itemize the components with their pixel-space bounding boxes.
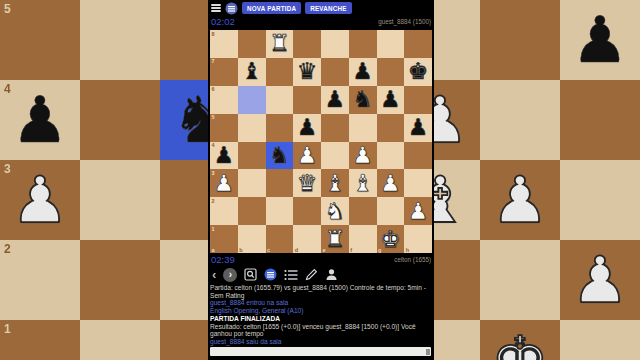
player-name: celton (1655) bbox=[394, 256, 431, 263]
piece-black-pawn[interactable]: ♟ bbox=[293, 114, 321, 142]
square-g4[interactable] bbox=[377, 142, 405, 170]
square-e6[interactable]: ♟ bbox=[321, 86, 349, 114]
square-c4[interactable]: ♞ bbox=[266, 142, 294, 170]
square-c5[interactable] bbox=[266, 114, 294, 142]
square-c6[interactable] bbox=[266, 86, 294, 114]
draw-icon[interactable] bbox=[305, 268, 318, 281]
piece-white-pawn[interactable]: ♟ bbox=[377, 169, 405, 197]
square-e1[interactable]: e♜ bbox=[321, 225, 349, 253]
square-b8[interactable] bbox=[238, 30, 266, 58]
square-a3: 3♟ bbox=[0, 160, 80, 240]
square-b2[interactable] bbox=[238, 197, 266, 225]
prev-move-icon[interactable]: ‹ bbox=[212, 268, 216, 281]
square-b7[interactable]: ♝ bbox=[238, 58, 266, 86]
analysis-icon[interactable] bbox=[244, 268, 257, 281]
square-b4 bbox=[80, 80, 160, 160]
next-move-icon[interactable]: › bbox=[223, 268, 237, 282]
piece-white-bishop[interactable]: ♝ bbox=[321, 169, 349, 197]
square-e8[interactable] bbox=[321, 30, 349, 58]
square-f6[interactable]: ♞ bbox=[349, 86, 377, 114]
square-a2[interactable]: 2 bbox=[210, 197, 238, 225]
square-a5[interactable]: 5 bbox=[210, 114, 238, 142]
log-line: Resultado: celton [1655 (+0.0)] venceu g… bbox=[210, 323, 432, 338]
square-e3[interactable]: ♝ bbox=[321, 169, 349, 197]
square-h5[interactable]: ♟ bbox=[404, 114, 432, 142]
square-f5[interactable] bbox=[349, 114, 377, 142]
player-row: 02:39 celton (1655) bbox=[211, 253, 431, 265]
square-a2: 2 bbox=[0, 240, 80, 320]
rank-label: 7 bbox=[212, 58, 215, 64]
piece-white-pawn[interactable]: ♟ bbox=[349, 142, 377, 170]
game-finished-status: PARTIDA FINALIZADA bbox=[210, 315, 432, 323]
square-h4 bbox=[560, 80, 640, 160]
rank-label: 5 bbox=[212, 114, 215, 120]
square-d2[interactable] bbox=[293, 197, 321, 225]
square-g3[interactable]: ♟ bbox=[377, 169, 405, 197]
square-d4[interactable]: ♟ bbox=[293, 142, 321, 170]
rank-label: 2 bbox=[212, 198, 215, 204]
square-b6[interactable] bbox=[238, 86, 266, 114]
piece-black-pawn: ♟ bbox=[560, 0, 640, 80]
chess-board[interactable]: 8♜7♝♛♟♚6♟♞♟5♟♟4♟♞♟♟3♟♛♝♝♟2♞♟1abcde♜fg♚h bbox=[210, 30, 432, 253]
piece-white-rook[interactable]: ♜ bbox=[321, 225, 349, 253]
square-h5: ♟ bbox=[560, 0, 640, 80]
square-g5[interactable] bbox=[377, 114, 405, 142]
square-f8[interactable] bbox=[349, 30, 377, 58]
square-g3: ♟ bbox=[480, 160, 560, 240]
piece-white-pawn[interactable]: ♟ bbox=[210, 169, 238, 197]
rank-label: 8 bbox=[212, 31, 215, 37]
piece-white-king[interactable]: ♚ bbox=[377, 225, 405, 253]
menu-circle-icon[interactable] bbox=[264, 268, 277, 281]
square-b1 bbox=[80, 320, 160, 360]
square-h8[interactable] bbox=[404, 30, 432, 58]
square-h3[interactable] bbox=[404, 169, 432, 197]
square-a4: 4♟ bbox=[0, 80, 80, 160]
square-g6[interactable]: ♟ bbox=[377, 86, 405, 114]
square-g1[interactable]: g♚ bbox=[377, 225, 405, 253]
square-a3[interactable]: 3♟ bbox=[210, 169, 238, 197]
square-d8[interactable] bbox=[293, 30, 321, 58]
rank-label: 5 bbox=[4, 2, 11, 16]
square-b5[interactable] bbox=[238, 114, 266, 142]
piece-white-rook[interactable]: ♜ bbox=[266, 30, 294, 58]
piece-white-king: ♚ bbox=[480, 320, 560, 360]
piece-black-pawn[interactable]: ♟ bbox=[349, 58, 377, 86]
player-clock: 02:39 bbox=[211, 254, 235, 265]
square-c1[interactable]: c bbox=[266, 225, 294, 253]
square-a4[interactable]: 4♟ bbox=[210, 142, 238, 170]
top-bar: NOVA PARTIDA REVANCHE bbox=[211, 2, 432, 14]
square-h1 bbox=[560, 320, 640, 360]
square-b1[interactable]: b bbox=[238, 225, 266, 253]
log-line: Partida: celton (1655.79) vs guest_8884 … bbox=[210, 284, 432, 299]
piece-white-bishop[interactable]: ♝ bbox=[349, 169, 377, 197]
piece-white-pawn: ♟ bbox=[0, 160, 80, 240]
piece-black-queen[interactable]: ♛ bbox=[293, 58, 321, 86]
square-e4[interactable] bbox=[321, 142, 349, 170]
square-a5: 5 bbox=[0, 0, 80, 80]
menu-circle-icon[interactable] bbox=[225, 2, 238, 15]
square-g7[interactable] bbox=[377, 58, 405, 86]
square-f4[interactable]: ♟ bbox=[349, 142, 377, 170]
piece-white-queen[interactable]: ♛ bbox=[293, 169, 321, 197]
piece-white-pawn: ♟ bbox=[480, 160, 560, 240]
square-b5 bbox=[80, 0, 160, 80]
log-line: guest_8884 entrou na sala bbox=[210, 299, 432, 307]
square-a1[interactable]: 1a bbox=[210, 225, 238, 253]
opponent-clock: 02:02 bbox=[211, 16, 235, 27]
square-g2[interactable] bbox=[377, 197, 405, 225]
rank-label: 1 bbox=[212, 226, 215, 232]
rank-label: 2 bbox=[4, 242, 11, 256]
piece-black-pawn[interactable]: ♟ bbox=[321, 86, 349, 114]
square-d6[interactable] bbox=[293, 86, 321, 114]
piece-black-bishop[interactable]: ♝ bbox=[238, 58, 266, 86]
chess-app-panel: NOVA PARTIDA REVANCHE 02:02 guest_8884 (… bbox=[208, 0, 434, 360]
new-game-button[interactable]: NOVA PARTIDA bbox=[242, 2, 301, 14]
piece-black-king[interactable]: ♚ bbox=[404, 58, 432, 86]
log-line: guest_8884 saiu da sala bbox=[210, 338, 432, 346]
square-c2[interactable] bbox=[266, 197, 294, 225]
square-d3[interactable]: ♛ bbox=[293, 169, 321, 197]
chat-input[interactable] bbox=[210, 347, 431, 356]
square-g4 bbox=[480, 80, 560, 160]
piece-white-pawn[interactable]: ♟ bbox=[293, 142, 321, 170]
square-h2[interactable]: ♟ bbox=[404, 197, 432, 225]
rank-label: 1 bbox=[4, 322, 11, 336]
square-g2 bbox=[480, 240, 560, 320]
piece-white-knight[interactable]: ♞ bbox=[321, 197, 349, 225]
opening-link[interactable]: English Opening, General (A10) bbox=[210, 307, 432, 315]
square-f1[interactable]: f bbox=[349, 225, 377, 253]
square-b3 bbox=[80, 160, 160, 240]
square-f7[interactable]: ♟ bbox=[349, 58, 377, 86]
rank-label: 6 bbox=[212, 86, 215, 92]
piece-black-pawn[interactable]: ♟ bbox=[404, 114, 432, 142]
square-a1: 1 bbox=[0, 320, 80, 360]
piece-black-knight[interactable]: ♞ bbox=[266, 142, 294, 170]
piece-white-pawn[interactable]: ♟ bbox=[404, 197, 432, 225]
square-b3[interactable] bbox=[238, 169, 266, 197]
square-a7[interactable]: 7 bbox=[210, 58, 238, 86]
game-toolbar: ‹ › bbox=[212, 266, 338, 283]
square-g1: ♚ bbox=[480, 320, 560, 360]
square-e2[interactable]: ♞ bbox=[321, 197, 349, 225]
square-f2[interactable] bbox=[349, 197, 377, 225]
square-b2 bbox=[80, 240, 160, 320]
hamburger-menu-icon[interactable] bbox=[211, 4, 221, 12]
square-c8[interactable]: ♜ bbox=[266, 30, 294, 58]
piece-white-pawn: ♟ bbox=[560, 240, 640, 320]
square-a6[interactable]: 6 bbox=[210, 86, 238, 114]
square-g5 bbox=[480, 0, 560, 80]
square-a8[interactable]: 8 bbox=[210, 30, 238, 58]
square-e5[interactable] bbox=[321, 114, 349, 142]
square-d7[interactable]: ♛ bbox=[293, 58, 321, 86]
square-h7[interactable]: ♚ bbox=[404, 58, 432, 86]
square-d1[interactable]: d bbox=[293, 225, 321, 253]
square-h3 bbox=[560, 160, 640, 240]
square-h1[interactable]: h bbox=[404, 225, 432, 253]
square-e7[interactable] bbox=[321, 58, 349, 86]
rematch-button[interactable]: REVANCHE bbox=[305, 2, 351, 14]
piece-black-pawn[interactable]: ♟ bbox=[210, 142, 238, 170]
piece-black-pawn[interactable]: ♟ bbox=[377, 86, 405, 114]
square-f3[interactable]: ♝ bbox=[349, 169, 377, 197]
square-h6[interactable] bbox=[404, 86, 432, 114]
chat-input-handle bbox=[426, 349, 430, 355]
square-g8[interactable] bbox=[377, 30, 405, 58]
move-list-icon[interactable] bbox=[284, 269, 298, 281]
square-c3[interactable] bbox=[266, 169, 294, 197]
square-b4[interactable] bbox=[238, 142, 266, 170]
piece-black-pawn: ♟ bbox=[0, 80, 80, 160]
piece-black-knight[interactable]: ♞ bbox=[349, 86, 377, 114]
opponent-name: guest_8884 (1500) bbox=[378, 18, 431, 25]
square-h4[interactable] bbox=[404, 142, 432, 170]
players-icon[interactable] bbox=[325, 268, 338, 281]
square-d5[interactable]: ♟ bbox=[293, 114, 321, 142]
square-c7[interactable] bbox=[266, 58, 294, 86]
opponent-row: 02:02 guest_8884 (1500) bbox=[211, 15, 431, 27]
square-h2: ♟ bbox=[560, 240, 640, 320]
game-log: Partida: celton (1655.79) vs guest_8884 … bbox=[210, 284, 432, 346]
